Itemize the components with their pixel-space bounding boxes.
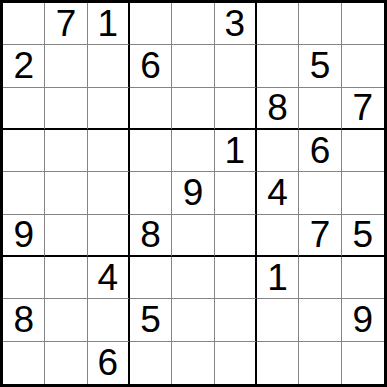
cell-r9c8-empty[interactable]: [299, 342, 341, 384]
cell-r1c8-empty[interactable]: [299, 3, 341, 45]
cell-r7c7-given: 1: [257, 257, 299, 299]
cell-r5c8-empty[interactable]: [299, 172, 341, 214]
cell-r2c8-given: 5: [299, 45, 341, 87]
cell-r2c6-empty[interactable]: [215, 45, 257, 87]
cell-r8c5-empty[interactable]: [172, 299, 214, 341]
cell-r9c6-empty[interactable]: [215, 342, 257, 384]
cell-r5c4-empty[interactable]: [130, 172, 172, 214]
cell-r3c9-given: 7: [342, 88, 384, 130]
cell-r4c8-given: 6: [299, 130, 341, 172]
cell-r5c7-given: 4: [257, 172, 299, 214]
cell-r2c4-given: 6: [130, 45, 172, 87]
cell-r6c7-empty[interactable]: [257, 215, 299, 257]
cell-r8c9-given: 9: [342, 299, 384, 341]
cell-r6c8-given: 7: [299, 215, 341, 257]
cell-r6c2-empty[interactable]: [45, 215, 87, 257]
cell-r1c9-empty[interactable]: [342, 3, 384, 45]
cell-r2c3-empty[interactable]: [88, 45, 130, 87]
cell-r4c1-empty[interactable]: [3, 130, 45, 172]
cell-r7c2-empty[interactable]: [45, 257, 87, 299]
cell-r2c5-empty[interactable]: [172, 45, 214, 87]
cell-r9c5-empty[interactable]: [172, 342, 214, 384]
cell-r5c5-given: 9: [172, 172, 214, 214]
cell-r7c4-empty[interactable]: [130, 257, 172, 299]
cell-r4c4-empty[interactable]: [130, 130, 172, 172]
cell-r2c7-empty[interactable]: [257, 45, 299, 87]
cell-r3c3-empty[interactable]: [88, 88, 130, 130]
cell-r7c8-empty[interactable]: [299, 257, 341, 299]
cell-r8c7-empty[interactable]: [257, 299, 299, 341]
cell-r1c3-given: 1: [88, 3, 130, 45]
cell-r6c9-given: 5: [342, 215, 384, 257]
cell-r8c3-empty[interactable]: [88, 299, 130, 341]
sudoku-puzzle: 7132658716949875418596: [0, 0, 387, 387]
cell-r9c1-empty[interactable]: [3, 342, 45, 384]
cell-r1c5-empty[interactable]: [172, 3, 214, 45]
cell-r6c6-empty[interactable]: [215, 215, 257, 257]
cell-r3c8-empty[interactable]: [299, 88, 341, 130]
cell-r9c7-empty[interactable]: [257, 342, 299, 384]
cell-r6c5-empty[interactable]: [172, 215, 214, 257]
cell-r1c1-empty[interactable]: [3, 3, 45, 45]
cell-r7c9-empty[interactable]: [342, 257, 384, 299]
cell-r1c4-empty[interactable]: [130, 3, 172, 45]
cell-r5c3-empty[interactable]: [88, 172, 130, 214]
cell-r9c9-empty[interactable]: [342, 342, 384, 384]
cell-r2c1-given: 2: [3, 45, 45, 87]
cell-r5c9-empty[interactable]: [342, 172, 384, 214]
cell-r7c6-empty[interactable]: [215, 257, 257, 299]
cell-r3c1-empty[interactable]: [3, 88, 45, 130]
cell-r1c7-empty[interactable]: [257, 3, 299, 45]
cell-r6c4-given: 8: [130, 215, 172, 257]
cell-r4c7-empty[interactable]: [257, 130, 299, 172]
cell-r5c1-empty[interactable]: [3, 172, 45, 214]
cell-r4c3-empty[interactable]: [88, 130, 130, 172]
cell-r4c2-empty[interactable]: [45, 130, 87, 172]
cell-r8c4-given: 5: [130, 299, 172, 341]
cell-r8c1-given: 8: [3, 299, 45, 341]
cell-r6c3-empty[interactable]: [88, 215, 130, 257]
cell-r1c6-given: 3: [215, 3, 257, 45]
cell-r2c9-empty[interactable]: [342, 45, 384, 87]
cell-r1c2-given: 7: [45, 3, 87, 45]
cell-r9c2-empty[interactable]: [45, 342, 87, 384]
cell-r3c2-empty[interactable]: [45, 88, 87, 130]
cell-r8c6-empty[interactable]: [215, 299, 257, 341]
cell-r5c6-empty[interactable]: [215, 172, 257, 214]
cell-r5c2-empty[interactable]: [45, 172, 87, 214]
cell-r7c5-empty[interactable]: [172, 257, 214, 299]
cell-r3c7-given: 8: [257, 88, 299, 130]
cell-r3c6-empty[interactable]: [215, 88, 257, 130]
sudoku-board: 7132658716949875418596: [0, 0, 387, 387]
cell-r3c5-empty[interactable]: [172, 88, 214, 130]
cell-r8c2-empty[interactable]: [45, 299, 87, 341]
cell-r4c6-given: 1: [215, 130, 257, 172]
cell-r4c9-empty[interactable]: [342, 130, 384, 172]
cell-r9c4-empty[interactable]: [130, 342, 172, 384]
cell-r9c3-given: 6: [88, 342, 130, 384]
cell-r8c8-empty[interactable]: [299, 299, 341, 341]
cell-r7c1-empty[interactable]: [3, 257, 45, 299]
cell-r3c4-empty[interactable]: [130, 88, 172, 130]
cell-r7c3-given: 4: [88, 257, 130, 299]
cell-r2c2-empty[interactable]: [45, 45, 87, 87]
cell-r6c1-given: 9: [3, 215, 45, 257]
cell-r4c5-empty[interactable]: [172, 130, 214, 172]
